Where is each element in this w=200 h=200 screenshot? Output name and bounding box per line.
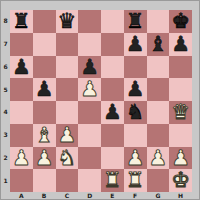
square-d7[interactable] bbox=[78, 33, 101, 56]
piece-black-queen-c8[interactable]: ♛ bbox=[57, 10, 76, 33]
square-b8[interactable] bbox=[33, 10, 56, 33]
square-f8[interactable]: ♜ bbox=[124, 10, 147, 33]
square-b4[interactable] bbox=[33, 101, 56, 124]
square-d4[interactable] bbox=[78, 101, 101, 124]
square-e3[interactable] bbox=[101, 124, 124, 147]
square-h5[interactable] bbox=[169, 78, 192, 101]
square-f1[interactable]: ♜ bbox=[124, 169, 147, 192]
rank-label-5: 5 bbox=[1, 78, 10, 101]
square-d3[interactable] bbox=[78, 124, 101, 147]
file-label-c: C bbox=[56, 192, 79, 200]
square-c7[interactable] bbox=[56, 33, 79, 56]
piece-white-knight-c2[interactable]: ♞ bbox=[57, 147, 76, 170]
square-g7[interactable]: ♝ bbox=[147, 33, 170, 56]
piece-black-pawn-b5[interactable]: ♟ bbox=[35, 78, 54, 101]
piece-white-king-h1[interactable]: ♚ bbox=[171, 169, 190, 192]
square-g4[interactable] bbox=[147, 101, 170, 124]
piece-black-pawn-f7[interactable]: ♟ bbox=[126, 33, 145, 56]
square-c5[interactable] bbox=[56, 78, 79, 101]
piece-black-bishop-g7[interactable]: ♝ bbox=[148, 33, 167, 56]
square-a4[interactable] bbox=[10, 101, 33, 124]
file-label-f: F bbox=[124, 192, 147, 200]
square-b2[interactable]: ♟ bbox=[33, 147, 56, 170]
square-h7[interactable]: ♟ bbox=[169, 33, 192, 56]
square-e4[interactable]: ♟ bbox=[101, 101, 124, 124]
piece-black-pawn-h7[interactable]: ♟ bbox=[171, 33, 190, 56]
rank-label-7: 7 bbox=[1, 33, 10, 56]
piece-black-pawn-e4[interactable]: ♟ bbox=[103, 101, 122, 124]
square-d2[interactable] bbox=[78, 147, 101, 170]
square-c2[interactable]: ♞ bbox=[56, 147, 79, 170]
square-f7[interactable]: ♟ bbox=[124, 33, 147, 56]
file-label-h: H bbox=[169, 192, 192, 200]
square-c3[interactable]: ♟ bbox=[56, 124, 79, 147]
piece-white-rook-f1[interactable]: ♜ bbox=[126, 169, 145, 192]
square-h3[interactable] bbox=[169, 124, 192, 147]
file-label-a: A bbox=[10, 192, 33, 200]
piece-white-pawn-a2[interactable]: ♟ bbox=[12, 147, 31, 170]
square-f6[interactable] bbox=[124, 56, 147, 79]
file-label-d: D bbox=[78, 192, 101, 200]
square-g1[interactable] bbox=[147, 169, 170, 192]
square-g5[interactable] bbox=[147, 78, 170, 101]
piece-white-pawn-d5[interactable]: ♟ bbox=[80, 78, 99, 101]
piece-black-pawn-a6[interactable]: ♟ bbox=[12, 56, 31, 79]
square-g8[interactable] bbox=[147, 10, 170, 33]
piece-black-pawn-f5[interactable]: ♟ bbox=[126, 78, 145, 101]
square-e7[interactable] bbox=[101, 33, 124, 56]
piece-black-pawn-d6[interactable]: ♟ bbox=[80, 56, 99, 79]
square-e2[interactable] bbox=[101, 147, 124, 170]
piece-black-king-h8[interactable]: ♚ bbox=[171, 10, 190, 33]
square-a2[interactable]: ♟ bbox=[10, 147, 33, 170]
square-c6[interactable] bbox=[56, 56, 79, 79]
square-e5[interactable] bbox=[101, 78, 124, 101]
piece-white-rook-e1[interactable]: ♜ bbox=[103, 169, 122, 192]
square-a8[interactable]: ♜ bbox=[10, 10, 33, 33]
rank-label-6: 6 bbox=[1, 56, 10, 79]
square-a3[interactable] bbox=[10, 124, 33, 147]
square-h8[interactable]: ♚ bbox=[169, 10, 192, 33]
file-labels: ABCDEFGH bbox=[10, 192, 192, 200]
piece-white-pawn-h2[interactable]: ♟ bbox=[171, 147, 190, 170]
chess-app-window: 87654321 ♜♛♜♚♟♝♟♟♟♟♟♟♟♞♛♝♟♟♟♞♟♟♟♜♜♚ ABCD… bbox=[0, 0, 200, 200]
square-b7[interactable] bbox=[33, 33, 56, 56]
square-f5[interactable]: ♟ bbox=[124, 78, 147, 101]
square-g3[interactable] bbox=[147, 124, 170, 147]
piece-black-knight-f4[interactable]: ♞ bbox=[126, 101, 145, 124]
square-a6[interactable]: ♟ bbox=[10, 56, 33, 79]
square-h4[interactable]: ♛ bbox=[169, 101, 192, 124]
square-b1[interactable] bbox=[33, 169, 56, 192]
chess-board: ♜♛♜♚♟♝♟♟♟♟♟♟♟♞♛♝♟♟♟♞♟♟♟♜♜♚ bbox=[10, 10, 192, 192]
rank-label-8: 8 bbox=[1, 10, 10, 33]
square-b3[interactable]: ♝ bbox=[33, 124, 56, 147]
piece-white-pawn-g2[interactable]: ♟ bbox=[148, 147, 167, 170]
square-d5[interactable]: ♟ bbox=[78, 78, 101, 101]
rank-label-4: 4 bbox=[1, 101, 10, 124]
square-e8[interactable] bbox=[101, 10, 124, 33]
square-f2[interactable]: ♟ bbox=[124, 147, 147, 170]
square-d1[interactable] bbox=[78, 169, 101, 192]
square-g2[interactable]: ♟ bbox=[147, 147, 170, 170]
rank-label-3: 3 bbox=[1, 124, 10, 147]
square-a1[interactable] bbox=[10, 169, 33, 192]
square-a5[interactable] bbox=[10, 78, 33, 101]
square-f3[interactable] bbox=[124, 124, 147, 147]
piece-white-pawn-f2[interactable]: ♟ bbox=[126, 147, 145, 170]
rank-label-2: 2 bbox=[1, 147, 10, 170]
square-h6[interactable] bbox=[169, 56, 192, 79]
file-label-b: B bbox=[33, 192, 56, 200]
rank-label-1: 1 bbox=[1, 169, 10, 192]
square-c1[interactable] bbox=[56, 169, 79, 192]
piece-black-rook-a8[interactable]: ♜ bbox=[12, 10, 31, 33]
piece-white-pawn-b2[interactable]: ♟ bbox=[35, 147, 54, 170]
piece-white-pawn-c3[interactable]: ♟ bbox=[57, 124, 76, 147]
square-h2[interactable]: ♟ bbox=[169, 147, 192, 170]
square-b6[interactable] bbox=[33, 56, 56, 79]
square-e1[interactable]: ♜ bbox=[101, 169, 124, 192]
square-d6[interactable]: ♟ bbox=[78, 56, 101, 79]
square-c4[interactable] bbox=[56, 101, 79, 124]
file-label-g: G bbox=[147, 192, 170, 200]
square-b5[interactable]: ♟ bbox=[33, 78, 56, 101]
square-e6[interactable] bbox=[101, 56, 124, 79]
piece-white-bishop-b3[interactable]: ♝ bbox=[35, 124, 54, 147]
square-d8[interactable] bbox=[78, 10, 101, 33]
rank-labels: 87654321 bbox=[1, 10, 10, 192]
piece-black-rook-f8[interactable]: ♜ bbox=[126, 10, 145, 33]
square-a7[interactable] bbox=[10, 33, 33, 56]
square-g6[interactable] bbox=[147, 56, 170, 79]
square-h1[interactable]: ♚ bbox=[169, 169, 192, 192]
piece-white-queen-h4[interactable]: ♛ bbox=[171, 101, 190, 124]
square-c8[interactable]: ♛ bbox=[56, 10, 79, 33]
file-label-e: E bbox=[101, 192, 124, 200]
square-f4[interactable]: ♞ bbox=[124, 101, 147, 124]
